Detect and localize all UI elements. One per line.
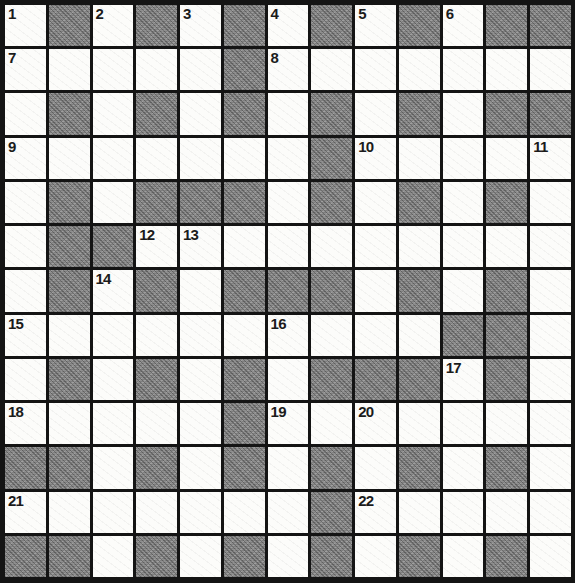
cell-r6c5-white[interactable]: 13 xyxy=(180,226,221,267)
cell-r2c11-white[interactable] xyxy=(443,49,484,90)
cell-r1c1-white[interactable]: 1 xyxy=(5,5,46,46)
cell-r8c13-white[interactable] xyxy=(530,315,571,356)
cell-r8c3-white[interactable] xyxy=(93,315,134,356)
cell-r6c3-block xyxy=(93,226,134,267)
cell-r5c2-block xyxy=(49,182,90,223)
cell-r11c8-block xyxy=(311,447,352,488)
cell-r3c6-block xyxy=(224,93,265,134)
cell-r9c11-white[interactable]: 17 xyxy=(443,359,484,400)
clue-number-8: 8 xyxy=(271,49,279,66)
clue-number-18: 18 xyxy=(8,403,23,420)
cell-r1c2-block xyxy=(49,5,90,46)
cell-r3c13-block xyxy=(530,93,571,134)
cell-r2c2-white[interactable] xyxy=(49,49,90,90)
cell-r5c3-white[interactable] xyxy=(93,182,134,223)
cell-r7c7-block xyxy=(268,270,309,311)
cell-r4c2-white[interactable] xyxy=(49,138,90,179)
cell-r13c7-white[interactable] xyxy=(268,536,309,577)
cell-r7c13-white[interactable] xyxy=(530,270,571,311)
clue-number-4: 4 xyxy=(271,5,279,22)
cell-r12c9-white[interactable]: 22 xyxy=(355,492,396,533)
cell-r12c11-white[interactable] xyxy=(443,492,484,533)
cell-r3c3-white[interactable] xyxy=(93,93,134,134)
cell-r8c10-white[interactable] xyxy=(399,315,440,356)
cell-r11c7-white[interactable] xyxy=(268,447,309,488)
clue-number-10: 10 xyxy=(358,138,373,155)
cell-r10c6-block xyxy=(224,403,265,444)
clue-number-13: 13 xyxy=(183,226,198,243)
clue-number-3: 3 xyxy=(183,5,191,22)
cell-r13c6-block xyxy=(224,536,265,577)
cell-r11c9-white[interactable] xyxy=(355,447,396,488)
cell-r6c7-white[interactable] xyxy=(268,226,309,267)
cell-r12c3-white[interactable] xyxy=(93,492,134,533)
cell-r6c10-white[interactable] xyxy=(399,226,440,267)
cell-r2c9-white[interactable] xyxy=(355,49,396,90)
cell-r10c5-white[interactable] xyxy=(180,403,221,444)
cell-r3c9-white[interactable] xyxy=(355,93,396,134)
cell-r1c5-white[interactable]: 3 xyxy=(180,5,221,46)
clue-number-22: 22 xyxy=(358,492,373,509)
cell-r3c2-block xyxy=(49,93,90,134)
cell-r8c5-white[interactable] xyxy=(180,315,221,356)
cell-r10c11-white[interactable] xyxy=(443,403,484,444)
cell-r13c4-block xyxy=(136,536,177,577)
cell-r6c9-white[interactable] xyxy=(355,226,396,267)
clue-number-9: 9 xyxy=(8,138,16,155)
cell-r9c6-block xyxy=(224,359,265,400)
clue-number-5: 5 xyxy=(358,5,366,22)
clue-number-6: 6 xyxy=(446,5,454,22)
cell-r2c10-white[interactable] xyxy=(399,49,440,90)
clue-number-1: 1 xyxy=(8,5,16,22)
cell-r4c5-white[interactable] xyxy=(180,138,221,179)
cell-r1c13-block xyxy=(530,5,571,46)
clue-number-2: 2 xyxy=(96,5,104,22)
cell-r3c8-block xyxy=(311,93,352,134)
cell-r3c7-white[interactable] xyxy=(268,93,309,134)
cell-r5c11-white[interactable] xyxy=(443,182,484,223)
cell-r5c8-block xyxy=(311,182,352,223)
cell-r11c5-white[interactable] xyxy=(180,447,221,488)
cell-r11c6-block xyxy=(224,447,265,488)
cell-r13c12-block xyxy=(486,536,527,577)
cell-r7c6-block xyxy=(224,270,265,311)
cell-r4c13-white[interactable]: 11 xyxy=(530,138,571,179)
cell-r10c10-white[interactable] xyxy=(399,403,440,444)
cell-r5c1-white[interactable] xyxy=(5,182,46,223)
clue-number-12: 12 xyxy=(139,226,154,243)
cell-r9c8-block xyxy=(311,359,352,400)
cell-r11c4-block xyxy=(136,447,177,488)
cell-r3c12-block xyxy=(486,93,527,134)
cell-r2c13-white[interactable] xyxy=(530,49,571,90)
clue-number-11: 11 xyxy=(533,138,547,155)
cell-r11c3-white[interactable] xyxy=(93,447,134,488)
crossword-puzzle: 12345678910111213141516171819202122 xyxy=(0,0,575,583)
cell-r9c1-white[interactable] xyxy=(5,359,46,400)
cell-r4c10-white[interactable] xyxy=(399,138,440,179)
cell-r5c10-block xyxy=(399,182,440,223)
cell-r11c1-block xyxy=(5,447,46,488)
cell-r1c12-block xyxy=(486,5,527,46)
cell-r12c13-white[interactable] xyxy=(530,492,571,533)
clue-number-19: 19 xyxy=(271,403,286,420)
cell-r2c6-block xyxy=(224,49,265,90)
cell-r13c3-white[interactable] xyxy=(93,536,134,577)
cell-r8c7-white[interactable]: 16 xyxy=(268,315,309,356)
cell-r8c6-white[interactable] xyxy=(224,315,265,356)
cell-r10c4-white[interactable] xyxy=(136,403,177,444)
cell-r4c11-white[interactable] xyxy=(443,138,484,179)
clue-number-21: 21 xyxy=(8,492,23,509)
cell-r1c6-block xyxy=(224,5,265,46)
cell-r1c8-block xyxy=(311,5,352,46)
cell-r10c8-white[interactable] xyxy=(311,403,352,444)
cell-r6c11-white[interactable] xyxy=(443,226,484,267)
cell-r2c4-white[interactable] xyxy=(136,49,177,90)
cell-r4c4-white[interactable] xyxy=(136,138,177,179)
cell-r10c12-white[interactable] xyxy=(486,403,527,444)
cell-r6c4-white[interactable]: 12 xyxy=(136,226,177,267)
cell-r3c1-white[interactable] xyxy=(5,93,46,134)
cell-r8c12-block xyxy=(486,315,527,356)
clue-number-17: 17 xyxy=(446,359,461,376)
cell-r4c12-white[interactable] xyxy=(486,138,527,179)
cell-r11c12-block xyxy=(486,447,527,488)
cell-r2c8-white[interactable] xyxy=(311,49,352,90)
cell-r8c2-white[interactable] xyxy=(49,315,90,356)
cell-r9c7-white[interactable] xyxy=(268,359,309,400)
cell-r10c13-white[interactable] xyxy=(530,403,571,444)
cell-r5c13-white[interactable] xyxy=(530,182,571,223)
cell-r11c10-block xyxy=(399,447,440,488)
cell-r1c4-block xyxy=(136,5,177,46)
cell-r3c5-white[interactable] xyxy=(180,93,221,134)
cell-r4c9-white[interactable]: 10 xyxy=(355,138,396,179)
cell-r8c1-white[interactable]: 15 xyxy=(5,315,46,356)
cell-r12c5-white[interactable] xyxy=(180,492,221,533)
cell-r7c12-block xyxy=(486,270,527,311)
cell-r8c9-white[interactable] xyxy=(355,315,396,356)
cell-r4c8-block xyxy=(311,138,352,179)
cell-r12c1-white[interactable]: 21 xyxy=(5,492,46,533)
cell-r5c9-white[interactable] xyxy=(355,182,396,223)
cell-r7c10-block xyxy=(399,270,440,311)
cell-r12c8-block xyxy=(311,492,352,533)
cell-r6c13-white[interactable] xyxy=(530,226,571,267)
clue-number-14: 14 xyxy=(96,270,111,287)
cell-r10c2-white[interactable] xyxy=(49,403,90,444)
cell-r3c10-block xyxy=(399,93,440,134)
cell-r12c10-white[interactable] xyxy=(399,492,440,533)
cell-r1c10-block xyxy=(399,5,440,46)
cell-r10c3-white[interactable] xyxy=(93,403,134,444)
cell-r5c6-block xyxy=(224,182,265,223)
cell-r9c3-white[interactable] xyxy=(93,359,134,400)
cell-r7c5-white[interactable] xyxy=(180,270,221,311)
cell-r8c11-block xyxy=(443,315,484,356)
cell-r2c1-white[interactable]: 7 xyxy=(5,49,46,90)
cell-r9c4-block xyxy=(136,359,177,400)
cell-r10c7-white[interactable]: 19 xyxy=(268,403,309,444)
cell-r13c10-block xyxy=(399,536,440,577)
cell-r13c11-white[interactable] xyxy=(443,536,484,577)
cell-r2c3-white[interactable] xyxy=(93,49,134,90)
cell-r9c13-white[interactable] xyxy=(530,359,571,400)
cell-r13c5-white[interactable] xyxy=(180,536,221,577)
cell-r7c11-white[interactable] xyxy=(443,270,484,311)
cell-r10c9-white[interactable]: 20 xyxy=(355,403,396,444)
cell-r13c13-white[interactable] xyxy=(530,536,571,577)
cell-r7c9-white[interactable] xyxy=(355,270,396,311)
cell-r9c5-white[interactable] xyxy=(180,359,221,400)
cell-r7c1-white[interactable] xyxy=(5,270,46,311)
cell-r11c11-white[interactable] xyxy=(443,447,484,488)
cell-r12c7-white[interactable] xyxy=(268,492,309,533)
cell-r1c11-white[interactable]: 6 xyxy=(443,5,484,46)
cell-r6c1-white[interactable] xyxy=(5,226,46,267)
cell-r7c3-white[interactable]: 14 xyxy=(93,270,134,311)
crossword-grid: 12345678910111213141516171819202122 xyxy=(0,0,575,583)
cell-r2c12-white[interactable] xyxy=(486,49,527,90)
cell-r9c10-block xyxy=(399,359,440,400)
cell-r11c13-white[interactable] xyxy=(530,447,571,488)
cell-r3c4-block xyxy=(136,93,177,134)
cell-r4c1-white[interactable]: 9 xyxy=(5,138,46,179)
cell-r9c2-block xyxy=(49,359,90,400)
clue-number-16: 16 xyxy=(271,315,286,332)
cell-r11c2-block xyxy=(49,447,90,488)
cell-r10c1-white[interactable]: 18 xyxy=(5,403,46,444)
cell-r8c4-white[interactable] xyxy=(136,315,177,356)
cell-r13c1-block xyxy=(5,536,46,577)
cell-r13c9-white[interactable] xyxy=(355,536,396,577)
cell-r1c9-white[interactable]: 5 xyxy=(355,5,396,46)
cell-r5c12-block xyxy=(486,182,527,223)
clue-number-15: 15 xyxy=(8,315,23,332)
cell-r4c7-white[interactable] xyxy=(268,138,309,179)
cell-r5c5-block xyxy=(180,182,221,223)
cell-r5c4-block xyxy=(136,182,177,223)
cell-r9c12-block xyxy=(486,359,527,400)
clue-number-20: 20 xyxy=(358,403,373,420)
cell-r7c2-block xyxy=(49,270,90,311)
cell-r12c4-white[interactable] xyxy=(136,492,177,533)
cell-r13c2-block xyxy=(49,536,90,577)
cell-r4c3-white[interactable] xyxy=(93,138,134,179)
cell-r3c11-white[interactable] xyxy=(443,93,484,134)
cell-r12c12-white[interactable] xyxy=(486,492,527,533)
cell-r1c3-white[interactable]: 2 xyxy=(93,5,134,46)
clue-number-7: 7 xyxy=(8,49,16,66)
cell-r5c7-white[interactable] xyxy=(268,182,309,223)
cell-r12c2-white[interactable] xyxy=(49,492,90,533)
cell-r7c4-block xyxy=(136,270,177,311)
cell-r7c8-block xyxy=(311,270,352,311)
cell-r9c9-block xyxy=(355,359,396,400)
cell-r2c7-white[interactable]: 8 xyxy=(268,49,309,90)
cell-r1c7-white[interactable]: 4 xyxy=(268,5,309,46)
cell-r6c12-white[interactable] xyxy=(486,226,527,267)
cell-r2c5-white[interactable] xyxy=(180,49,221,90)
cell-r6c8-white[interactable] xyxy=(311,226,352,267)
cell-r6c2-block xyxy=(49,226,90,267)
cell-r6c6-white[interactable] xyxy=(224,226,265,267)
cell-r13c8-block xyxy=(311,536,352,577)
cell-r8c8-white[interactable] xyxy=(311,315,352,356)
cell-r4c6-white[interactable] xyxy=(224,138,265,179)
cell-r12c6-white[interactable] xyxy=(224,492,265,533)
